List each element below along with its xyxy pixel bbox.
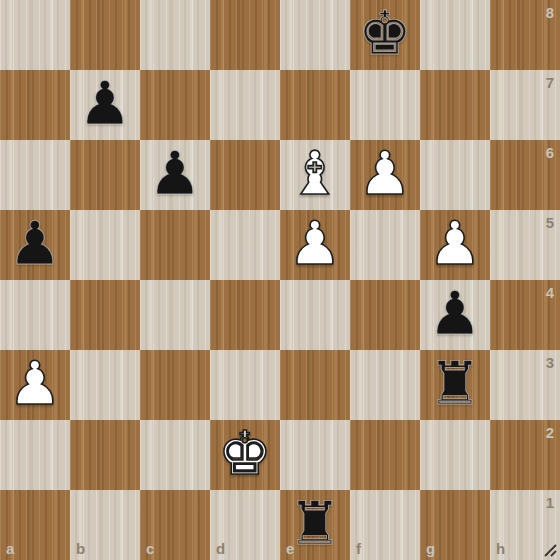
square-b1[interactable]: b [70,490,140,560]
square-d7[interactable] [210,70,280,140]
square-d4[interactable] [210,280,280,350]
square-c4[interactable] [140,280,210,350]
square-e6[interactable]: ♝ [280,140,350,210]
square-f2[interactable] [350,420,420,490]
rank-label-8: 8 [546,5,554,20]
piece-black-rook-e1[interactable]: ♜ [288,488,342,558]
square-g3[interactable]: ♜ [420,350,490,420]
piece-black-pawn-a5[interactable]: ♟ [8,208,62,278]
rank-label-5: 5 [546,215,554,230]
square-g8[interactable] [420,0,490,70]
rank-label-4: 4 [546,285,554,300]
piece-black-pawn-g4[interactable]: ♟ [428,278,482,348]
square-h5[interactable]: 5 [490,210,560,280]
square-g4[interactable]: ♟ [420,280,490,350]
piece-black-king-f8[interactable]: ♚ [358,0,412,68]
square-g6[interactable] [420,140,490,210]
square-e7[interactable] [280,70,350,140]
square-g2[interactable] [420,420,490,490]
piece-white-bishop-e6[interactable]: ♝ [288,138,342,208]
square-f1[interactable]: f [350,490,420,560]
rank-label-6: 6 [546,145,554,160]
square-f4[interactable] [350,280,420,350]
square-e1[interactable]: e♜ [280,490,350,560]
piece-white-pawn-g5[interactable]: ♟ [428,208,482,278]
square-h8[interactable]: 8 [490,0,560,70]
square-g7[interactable] [420,70,490,140]
square-c6[interactable]: ♟ [140,140,210,210]
file-label-c: c [146,541,154,556]
square-c7[interactable] [140,70,210,140]
square-f3[interactable] [350,350,420,420]
file-label-g: g [426,541,435,556]
square-e5[interactable]: ♟ [280,210,350,280]
file-label-f: f [356,541,361,556]
square-c8[interactable] [140,0,210,70]
piece-black-rook-g3[interactable]: ♜ [428,348,482,418]
rank-label-3: 3 [546,355,554,370]
square-g5[interactable]: ♟ [420,210,490,280]
square-a7[interactable] [0,70,70,140]
square-b3[interactable] [70,350,140,420]
square-a1[interactable]: a [0,490,70,560]
square-d2[interactable]: ♚ [210,420,280,490]
square-h4[interactable]: 4 [490,280,560,350]
square-d8[interactable] [210,0,280,70]
square-c5[interactable] [140,210,210,280]
piece-white-king-d2[interactable]: ♚ [218,418,272,488]
square-f8[interactable]: ♚ [350,0,420,70]
file-label-d: d [216,541,225,556]
piece-black-pawn-c6[interactable]: ♟ [148,138,202,208]
square-a5[interactable]: ♟ [0,210,70,280]
file-label-b: b [76,541,85,556]
square-b8[interactable] [70,0,140,70]
square-e2[interactable] [280,420,350,490]
square-h2[interactable]: 2 [490,420,560,490]
square-b5[interactable] [70,210,140,280]
square-c2[interactable] [140,420,210,490]
piece-black-pawn-b7[interactable]: ♟ [78,68,132,138]
square-d3[interactable] [210,350,280,420]
square-e3[interactable] [280,350,350,420]
square-h3[interactable]: 3 [490,350,560,420]
square-f5[interactable] [350,210,420,280]
resize-grip-icon[interactable] [543,543,557,557]
square-h6[interactable]: 6 [490,140,560,210]
piece-white-pawn-f6[interactable]: ♟ [358,138,412,208]
square-b7[interactable]: ♟ [70,70,140,140]
square-f7[interactable] [350,70,420,140]
piece-white-pawn-e5[interactable]: ♟ [288,208,342,278]
square-c3[interactable] [140,350,210,420]
square-g1[interactable]: g [420,490,490,560]
square-a3[interactable]: ♟ [0,350,70,420]
rank-label-2: 2 [546,425,554,440]
square-d1[interactable]: d [210,490,280,560]
square-a6[interactable] [0,140,70,210]
rank-label-7: 7 [546,75,554,90]
piece-white-pawn-a3[interactable]: ♟ [8,348,62,418]
file-label-h: h [496,541,505,556]
square-a4[interactable] [0,280,70,350]
square-h7[interactable]: 7 [490,70,560,140]
square-b6[interactable] [70,140,140,210]
square-a2[interactable] [0,420,70,490]
square-e8[interactable] [280,0,350,70]
square-d6[interactable] [210,140,280,210]
square-a8[interactable] [0,0,70,70]
square-c1[interactable]: c [140,490,210,560]
square-b2[interactable] [70,420,140,490]
square-d5[interactable] [210,210,280,280]
rank-label-1: 1 [546,495,554,510]
square-b4[interactable] [70,280,140,350]
square-f6[interactable]: ♟ [350,140,420,210]
file-label-a: a [6,541,14,556]
square-e4[interactable] [280,280,350,350]
chess-board: ♚8♟7♟♝♟6♟♟♟5♟4♟♜3♚2abcde♜fg1h [0,0,560,560]
